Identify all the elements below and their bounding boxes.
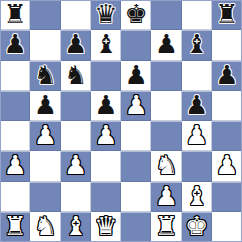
black-bishop-d7[interactable]: ♝	[94, 31, 117, 57]
square-g4[interactable]: ♟	[182, 121, 212, 151]
square-f5[interactable]	[151, 91, 181, 121]
white-pawn-g4[interactable]: ♟	[185, 122, 208, 148]
square-e1[interactable]	[121, 212, 151, 242]
square-h1[interactable]	[212, 212, 242, 242]
square-e2[interactable]	[121, 182, 151, 212]
square-f4[interactable]	[151, 121, 181, 151]
square-c5[interactable]	[61, 91, 91, 121]
square-d7[interactable]: ♝	[91, 30, 121, 60]
square-f3[interactable]: ♞	[151, 151, 181, 181]
square-e5[interactable]: ♟	[121, 91, 151, 121]
square-a6[interactable]	[0, 61, 30, 91]
square-g1[interactable]: ♚	[182, 212, 212, 242]
black-pawn-g5[interactable]: ♟	[185, 92, 208, 118]
white-pawn-c3[interactable]: ♟	[64, 152, 87, 178]
black-pawn-c7[interactable]: ♟	[64, 31, 87, 57]
square-b8[interactable]	[30, 0, 60, 30]
square-d4[interactable]: ♟	[91, 121, 121, 151]
white-pawn-d4[interactable]: ♟	[94, 122, 117, 148]
square-c2[interactable]	[61, 182, 91, 212]
white-bishop-g2[interactable]: ♝	[185, 183, 208, 209]
square-a2[interactable]	[0, 182, 30, 212]
square-h3[interactable]: ♟	[212, 151, 242, 181]
square-g3[interactable]	[182, 151, 212, 181]
square-h6[interactable]: ♟	[212, 61, 242, 91]
square-h4[interactable]	[212, 121, 242, 151]
square-e3[interactable]	[121, 151, 151, 181]
black-bishop-g7[interactable]: ♝	[185, 31, 208, 57]
square-c3[interactable]: ♟	[61, 151, 91, 181]
square-d3[interactable]	[91, 151, 121, 181]
square-b5[interactable]: ♟	[30, 91, 60, 121]
square-e7[interactable]	[121, 30, 151, 60]
square-g8[interactable]	[182, 0, 212, 30]
square-a5[interactable]	[0, 91, 30, 121]
square-g2[interactable]: ♝	[182, 182, 212, 212]
white-knight-b1[interactable]: ♞	[34, 213, 57, 239]
square-h8[interactable]: ♜	[212, 0, 242, 30]
white-rook-a1[interactable]: ♜	[3, 213, 26, 239]
black-king-e8[interactable]: ♚	[124, 1, 147, 27]
square-b3[interactable]	[30, 151, 60, 181]
black-pawn-e6[interactable]: ♟	[124, 62, 147, 88]
square-b4[interactable]: ♟	[30, 121, 60, 151]
square-a3[interactable]: ♟	[0, 151, 30, 181]
square-g7[interactable]: ♝	[182, 30, 212, 60]
square-c1[interactable]: ♝	[61, 212, 91, 242]
square-b7[interactable]	[30, 30, 60, 60]
square-c4[interactable]	[61, 121, 91, 151]
square-b6[interactable]: ♞	[30, 61, 60, 91]
square-a7[interactable]: ♟	[0, 30, 30, 60]
white-king-g1[interactable]: ♚	[185, 213, 208, 239]
white-queen-d1[interactable]: ♛	[94, 213, 117, 239]
square-f2[interactable]: ♟	[151, 182, 181, 212]
square-d6[interactable]	[91, 61, 121, 91]
square-a1[interactable]: ♜	[0, 212, 30, 242]
black-pawn-b5[interactable]: ♟	[34, 92, 57, 118]
white-knight-f3[interactable]: ♞	[155, 152, 178, 178]
black-pawn-a7[interactable]: ♟	[3, 31, 26, 57]
square-a8[interactable]: ♜	[0, 0, 30, 30]
white-pawn-h3[interactable]: ♟	[215, 152, 238, 178]
white-bishop-c1[interactable]: ♝	[64, 213, 87, 239]
square-d5[interactable]: ♟	[91, 91, 121, 121]
square-g6[interactable]	[182, 61, 212, 91]
square-b1[interactable]: ♞	[30, 212, 60, 242]
chess-board-container: ♜♛♚♜♟♟♝♟♝♞♞♟♟♟♟♟♟♟♟♟♟♟♞♟♟♝♜♞♝♛♜♚	[0, 0, 242, 242]
square-c8[interactable]	[61, 0, 91, 30]
black-pawn-d5[interactable]: ♟	[94, 92, 117, 118]
chess-board: ♜♛♚♜♟♟♝♟♝♞♞♟♟♟♟♟♟♟♟♟♟♟♞♟♟♝♜♞♝♛♜♚	[0, 0, 242, 242]
white-pawn-e5[interactable]: ♟	[124, 92, 147, 118]
black-knight-c6[interactable]: ♞	[64, 62, 87, 88]
square-d1[interactable]: ♛	[91, 212, 121, 242]
square-h7[interactable]	[212, 30, 242, 60]
black-rook-a8[interactable]: ♜	[3, 1, 26, 27]
square-b2[interactable]	[30, 182, 60, 212]
black-pawn-h6[interactable]: ♟	[215, 62, 238, 88]
square-f8[interactable]	[151, 0, 181, 30]
square-e6[interactable]: ♟	[121, 61, 151, 91]
square-h2[interactable]	[212, 182, 242, 212]
square-f1[interactable]: ♜	[151, 212, 181, 242]
square-c7[interactable]: ♟	[61, 30, 91, 60]
black-queen-d8[interactable]: ♛	[94, 1, 117, 27]
black-knight-b6[interactable]: ♞	[34, 62, 57, 88]
square-g5[interactable]: ♟	[182, 91, 212, 121]
square-d2[interactable]	[91, 182, 121, 212]
square-h5[interactable]	[212, 91, 242, 121]
black-rook-h8[interactable]: ♜	[215, 1, 238, 27]
square-f6[interactable]	[151, 61, 181, 91]
white-pawn-a3[interactable]: ♟	[3, 152, 26, 178]
square-e4[interactable]	[121, 121, 151, 151]
white-rook-f1[interactable]: ♜	[155, 213, 178, 239]
white-pawn-f2[interactable]: ♟	[155, 183, 178, 209]
white-pawn-b4[interactable]: ♟	[34, 122, 57, 148]
square-e8[interactable]: ♚	[121, 0, 151, 30]
square-f7[interactable]: ♟	[151, 30, 181, 60]
square-d8[interactable]: ♛	[91, 0, 121, 30]
square-c6[interactable]: ♞	[61, 61, 91, 91]
black-pawn-f7[interactable]: ♟	[155, 31, 178, 57]
square-a4[interactable]	[0, 121, 30, 151]
